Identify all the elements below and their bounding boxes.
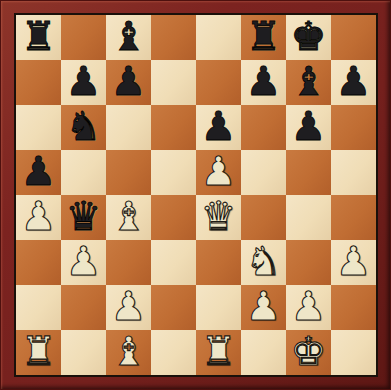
square-h5[interactable] xyxy=(331,150,376,195)
square-g8[interactable]: ♚ xyxy=(286,15,331,60)
square-f8[interactable]: ♜ xyxy=(241,15,286,60)
black-pawn[interactable]: ♟ xyxy=(246,60,282,104)
square-c1[interactable]: ♝ xyxy=(106,330,151,375)
square-e5[interactable]: ♟ xyxy=(196,150,241,195)
square-a6[interactable] xyxy=(16,105,61,150)
square-a1[interactable]: ♜ xyxy=(16,330,61,375)
square-h1[interactable] xyxy=(331,330,376,375)
square-d1[interactable] xyxy=(151,330,196,375)
black-queen[interactable]: ♛ xyxy=(66,195,102,239)
square-e7[interactable] xyxy=(196,60,241,105)
square-c8[interactable]: ♝ xyxy=(106,15,151,60)
square-e1[interactable]: ♜ xyxy=(196,330,241,375)
square-b2[interactable] xyxy=(61,285,106,330)
square-e6[interactable]: ♟ xyxy=(196,105,241,150)
square-b5[interactable] xyxy=(61,150,106,195)
white-king[interactable]: ♚ xyxy=(291,330,327,374)
white-pawn[interactable]: ♟ xyxy=(66,240,102,284)
black-king[interactable]: ♚ xyxy=(291,15,327,59)
black-pawn[interactable]: ♟ xyxy=(336,60,372,104)
square-c4[interactable]: ♝ xyxy=(106,195,151,240)
square-h4[interactable] xyxy=(331,195,376,240)
square-a5[interactable]: ♟ xyxy=(16,150,61,195)
white-bishop[interactable]: ♝ xyxy=(111,195,147,239)
square-g1[interactable]: ♚ xyxy=(286,330,331,375)
board-frame: ♜♝♜♚♟♟♟♝♟♞♟♟♟♟♟♛♝♛♟♞♟♟♟♟♜♝♜♚ xyxy=(0,0,391,390)
white-pawn[interactable]: ♟ xyxy=(111,285,147,329)
square-a2[interactable] xyxy=(16,285,61,330)
square-d2[interactable] xyxy=(151,285,196,330)
square-g3[interactable] xyxy=(286,240,331,285)
square-e2[interactable] xyxy=(196,285,241,330)
black-pawn[interactable]: ♟ xyxy=(21,150,57,194)
white-pawn[interactable]: ♟ xyxy=(246,285,282,329)
black-knight[interactable]: ♞ xyxy=(66,105,102,149)
square-f5[interactable] xyxy=(241,150,286,195)
square-f6[interactable] xyxy=(241,105,286,150)
black-pawn[interactable]: ♟ xyxy=(111,60,147,104)
square-c5[interactable] xyxy=(106,150,151,195)
square-b7[interactable]: ♟ xyxy=(61,60,106,105)
square-d3[interactable] xyxy=(151,240,196,285)
white-pawn[interactable]: ♟ xyxy=(201,150,237,194)
black-rook[interactable]: ♜ xyxy=(21,15,57,59)
black-pawn[interactable]: ♟ xyxy=(291,105,327,149)
square-d5[interactable] xyxy=(151,150,196,195)
square-g5[interactable] xyxy=(286,150,331,195)
square-c7[interactable]: ♟ xyxy=(106,60,151,105)
black-bishop[interactable]: ♝ xyxy=(291,60,327,104)
white-pawn[interactable]: ♟ xyxy=(336,240,372,284)
square-c3[interactable] xyxy=(106,240,151,285)
square-e4[interactable]: ♛ xyxy=(196,195,241,240)
white-rook[interactable]: ♜ xyxy=(21,330,57,374)
square-b6[interactable]: ♞ xyxy=(61,105,106,150)
square-f3[interactable]: ♞ xyxy=(241,240,286,285)
white-queen[interactable]: ♛ xyxy=(201,195,237,239)
square-a7[interactable] xyxy=(16,60,61,105)
square-h6[interactable] xyxy=(331,105,376,150)
square-h8[interactable] xyxy=(331,15,376,60)
square-b1[interactable] xyxy=(61,330,106,375)
square-a3[interactable] xyxy=(16,240,61,285)
square-e8[interactable] xyxy=(196,15,241,60)
square-h2[interactable] xyxy=(331,285,376,330)
square-a4[interactable]: ♟ xyxy=(16,195,61,240)
black-bishop[interactable]: ♝ xyxy=(111,15,147,59)
white-pawn[interactable]: ♟ xyxy=(291,285,327,329)
square-b8[interactable] xyxy=(61,15,106,60)
square-h7[interactable]: ♟ xyxy=(331,60,376,105)
black-rook[interactable]: ♜ xyxy=(246,15,282,59)
square-g7[interactable]: ♝ xyxy=(286,60,331,105)
square-d4[interactable] xyxy=(151,195,196,240)
square-c6[interactable] xyxy=(106,105,151,150)
square-g2[interactable]: ♟ xyxy=(286,285,331,330)
square-h3[interactable]: ♟ xyxy=(331,240,376,285)
square-e3[interactable] xyxy=(196,240,241,285)
white-knight[interactable]: ♞ xyxy=(246,240,282,284)
square-d8[interactable] xyxy=(151,15,196,60)
white-rook[interactable]: ♜ xyxy=(201,330,237,374)
square-f4[interactable] xyxy=(241,195,286,240)
chess-board: ♜♝♜♚♟♟♟♝♟♞♟♟♟♟♟♛♝♛♟♞♟♟♟♟♜♝♜♚ xyxy=(14,13,378,377)
square-g6[interactable]: ♟ xyxy=(286,105,331,150)
white-bishop[interactable]: ♝ xyxy=(111,330,147,374)
square-b3[interactable]: ♟ xyxy=(61,240,106,285)
square-a8[interactable]: ♜ xyxy=(16,15,61,60)
square-f1[interactable] xyxy=(241,330,286,375)
square-d6[interactable] xyxy=(151,105,196,150)
black-pawn[interactable]: ♟ xyxy=(66,60,102,104)
square-f2[interactable]: ♟ xyxy=(241,285,286,330)
square-b4[interactable]: ♛ xyxy=(61,195,106,240)
square-d7[interactable] xyxy=(151,60,196,105)
square-g4[interactable] xyxy=(286,195,331,240)
black-pawn[interactable]: ♟ xyxy=(201,105,237,149)
square-f7[interactable]: ♟ xyxy=(241,60,286,105)
square-c2[interactable]: ♟ xyxy=(106,285,151,330)
white-pawn[interactable]: ♟ xyxy=(21,195,57,239)
